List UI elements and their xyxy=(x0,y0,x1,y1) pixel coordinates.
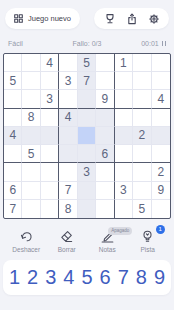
sudoku-cell-r9c7[interactable] xyxy=(115,200,133,218)
sudoku-cell-r6c8[interactable] xyxy=(133,145,151,163)
numpad-1[interactable]: 1 xyxy=(9,266,20,289)
numpad-5[interactable]: 5 xyxy=(81,266,92,289)
sudoku-cell-r7c6[interactable] xyxy=(96,163,114,181)
sudoku-cell-r9c2[interactable] xyxy=(22,200,40,218)
sudoku-cell-r4c2[interactable]: 8 xyxy=(22,109,40,127)
sudoku-cell-r9c1[interactable]: 7 xyxy=(4,200,22,218)
sudoku-cell-r2c3[interactable] xyxy=(41,72,59,90)
sudoku-cell-r8c8[interactable] xyxy=(133,182,151,200)
sudoku-cell-r2c8[interactable] xyxy=(133,72,151,90)
sudoku-cell-r2c2[interactable] xyxy=(22,72,40,90)
sudoku-cell-r5c7[interactable] xyxy=(115,127,133,145)
numpad-7[interactable]: 7 xyxy=(118,266,129,289)
undo-icon xyxy=(19,229,34,244)
sudoku-cell-r9c3[interactable] xyxy=(41,200,59,218)
settings-gear-icon[interactable] xyxy=(147,11,160,26)
numpad-9[interactable]: 9 xyxy=(154,266,165,289)
sudoku-cell-r5c6[interactable] xyxy=(96,127,114,145)
toolbar: Deshacer Borrar Apagado Notas 1 xyxy=(6,229,168,253)
sudoku-cell-r1c7[interactable]: 1 xyxy=(115,54,133,72)
sudoku-cell-r1c8[interactable] xyxy=(133,54,151,72)
sudoku-cell-r3c1[interactable] xyxy=(4,90,22,108)
sudoku-cell-r4c7[interactable] xyxy=(115,109,133,127)
sudoku-cell-r7c8[interactable] xyxy=(133,163,151,181)
numpad-2[interactable]: 2 xyxy=(27,266,38,289)
sudoku-cell-r5c5[interactable] xyxy=(78,127,96,145)
sudoku-cell-r4c9[interactable] xyxy=(152,109,170,127)
undo-button[interactable]: Deshacer xyxy=(7,229,45,253)
sudoku-cell-r2c6[interactable] xyxy=(96,72,114,90)
sudoku-cell-r6c2[interactable]: 5 xyxy=(22,145,40,163)
sudoku-cell-r7c4[interactable] xyxy=(59,163,77,181)
new-game-button[interactable]: Juego nuevo xyxy=(5,8,80,29)
sudoku-cell-r5c4[interactable] xyxy=(59,127,77,145)
sudoku-cell-r2c5[interactable]: 7 xyxy=(78,72,96,90)
sudoku-cell-r1c3[interactable]: 4 xyxy=(41,54,59,72)
sudoku-cell-r7c3[interactable] xyxy=(41,163,59,181)
new-game-label: Juego nuevo xyxy=(28,14,71,23)
lightbulb-icon xyxy=(140,229,155,244)
sudoku-cell-r5c1[interactable]: 4 xyxy=(4,127,22,145)
sudoku-cell-r6c6[interactable]: 6 xyxy=(96,145,114,163)
sudoku-cell-r4c6[interactable] xyxy=(96,109,114,127)
sudoku-cell-r1c1[interactable] xyxy=(4,54,22,72)
sudoku-cell-r6c7[interactable] xyxy=(115,145,133,163)
sudoku-cell-r7c2[interactable] xyxy=(22,163,40,181)
share-icon[interactable] xyxy=(125,11,138,26)
sudoku-cell-r3c9[interactable]: 4 xyxy=(152,90,170,108)
undo-label: Deshacer xyxy=(12,246,40,253)
grid-icon xyxy=(14,14,23,23)
sudoku-cell-r2c1[interactable]: 5 xyxy=(4,72,22,90)
numpad-3[interactable]: 3 xyxy=(45,266,56,289)
sudoku-cell-r6c9[interactable] xyxy=(152,145,170,163)
sudoku-board: 451537394844256326739785 xyxy=(3,53,171,219)
sudoku-cell-r3c2[interactable] xyxy=(22,90,40,108)
sudoku-cell-r1c9[interactable] xyxy=(152,54,170,72)
sudoku-cell-r3c8[interactable] xyxy=(133,90,151,108)
sudoku-cell-r7c5[interactable]: 3 xyxy=(78,163,96,181)
sudoku-cell-r9c6[interactable] xyxy=(96,200,114,218)
sudoku-cell-r1c6[interactable] xyxy=(96,54,114,72)
sudoku-cell-r6c5[interactable] xyxy=(78,145,96,163)
notes-button[interactable]: Apagado Notas xyxy=(88,229,126,253)
sudoku-cell-r2c4[interactable]: 3 xyxy=(59,72,77,90)
sudoku-cell-r3c3[interactable]: 3 xyxy=(41,90,59,108)
notes-label: Notas xyxy=(99,246,116,253)
erase-label: Borrar xyxy=(58,246,76,253)
top-actions xyxy=(94,8,169,29)
sudoku-cell-r9c8[interactable]: 5 xyxy=(133,200,151,218)
sudoku-cell-r4c4[interactable]: 4 xyxy=(59,109,77,127)
sudoku-cell-r4c8[interactable] xyxy=(133,109,151,127)
sudoku-cell-r5c3[interactable] xyxy=(41,127,59,145)
top-bar: Juego nuevo xyxy=(5,8,169,29)
sudoku-cell-r6c1[interactable] xyxy=(4,145,22,163)
sudoku-cell-r7c7[interactable] xyxy=(115,163,133,181)
numpad-6[interactable]: 6 xyxy=(100,266,111,289)
sudoku-cell-r5c8[interactable]: 2 xyxy=(133,127,151,145)
sudoku-cell-r9c5[interactable] xyxy=(78,200,96,218)
number-pad: 123456789 xyxy=(3,260,171,295)
sudoku-cell-r1c2[interactable] xyxy=(22,54,40,72)
sudoku-cell-r1c5[interactable]: 5 xyxy=(78,54,96,72)
sudoku-cell-r1c4[interactable] xyxy=(59,54,77,72)
numpad-8[interactable]: 8 xyxy=(136,266,147,289)
hint-label: Pista xyxy=(141,246,155,253)
hint-count-badge: 1 xyxy=(156,225,165,234)
eraser-icon xyxy=(59,229,74,244)
sudoku-cell-r5c2[interactable] xyxy=(22,127,40,145)
sudoku-cell-r8c7[interactable]: 3 xyxy=(115,182,133,200)
sudoku-cell-r4c5[interactable] xyxy=(78,109,96,127)
sudoku-cell-r3c6[interactable]: 9 xyxy=(96,90,114,108)
sudoku-cell-r5c9[interactable] xyxy=(152,127,170,145)
sudoku-cell-r7c9[interactable]: 2 xyxy=(152,163,170,181)
sudoku-cell-r8c3[interactable] xyxy=(41,182,59,200)
sudoku-cell-r8c6[interactable] xyxy=(96,182,114,200)
sudoku-cell-r6c3[interactable] xyxy=(41,145,59,163)
sudoku-cell-r9c9[interactable] xyxy=(152,200,170,218)
sudoku-cell-r7c1[interactable] xyxy=(4,163,22,181)
sudoku-cell-r8c1[interactable]: 6 xyxy=(4,182,22,200)
sudoku-app: Juego nuevo xyxy=(0,0,174,310)
sudoku-cell-r2c7[interactable] xyxy=(115,72,133,90)
sudoku-cell-r3c4[interactable] xyxy=(59,90,77,108)
sudoku-cell-r4c1[interactable] xyxy=(4,109,22,127)
numpad-4[interactable]: 4 xyxy=(63,266,74,289)
erase-button[interactable]: Borrar xyxy=(48,229,86,253)
trophy-icon[interactable] xyxy=(103,11,116,26)
sudoku-cell-r6c4[interactable] xyxy=(59,145,77,163)
sudoku-cell-r9c4[interactable]: 8 xyxy=(59,200,77,218)
sudoku-cell-r8c2[interactable] xyxy=(22,182,40,200)
sudoku-cell-r8c9[interactable]: 9 xyxy=(152,182,170,200)
status-bar: Fácil Fallo: 0/3 00:01 xyxy=(8,40,166,47)
sudoku-cell-r4c3[interactable] xyxy=(41,109,59,127)
sudoku-cell-r3c5[interactable] xyxy=(78,90,96,108)
sudoku-cell-r8c4[interactable]: 7 xyxy=(59,182,77,200)
hint-button[interactable]: 1 Pista xyxy=(129,229,167,253)
mistakes-counter: Fallo: 0/3 xyxy=(8,40,166,47)
sudoku-cell-r8c5[interactable] xyxy=(78,182,96,200)
sudoku-cell-r2c9[interactable] xyxy=(152,72,170,90)
sudoku-cell-r3c7[interactable] xyxy=(115,90,133,108)
